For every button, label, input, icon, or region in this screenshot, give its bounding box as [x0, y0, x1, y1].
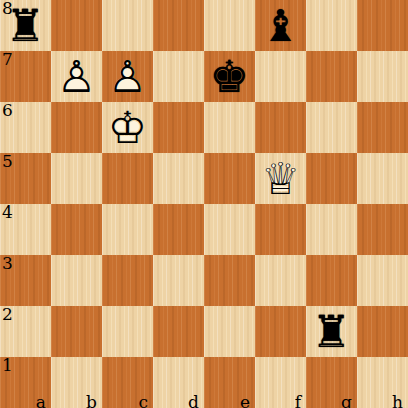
black-bishop: ♝: [255, 0, 306, 51]
square-b3[interactable]: [51, 255, 102, 306]
square-h6[interactable]: [357, 102, 408, 153]
white-pawn: ♟♙: [102, 51, 153, 102]
square-g4[interactable]: [306, 204, 357, 255]
square-h5[interactable]: [357, 153, 408, 204]
square-d7[interactable]: [153, 51, 204, 102]
white-pawn-glyph: ♙: [51, 51, 102, 102]
square-e8[interactable]: [204, 0, 255, 51]
square-b5[interactable]: [51, 153, 102, 204]
square-g8[interactable]: [306, 0, 357, 51]
square-g3[interactable]: [306, 255, 357, 306]
square-d4[interactable]: [153, 204, 204, 255]
rank-label-7: 7: [2, 51, 13, 70]
square-g7[interactable]: [306, 51, 357, 102]
file-label-a: a: [36, 394, 46, 408]
file-label-b: b: [86, 394, 97, 408]
square-e6[interactable]: [204, 102, 255, 153]
black-king-glyph: ♚: [204, 51, 255, 102]
square-b8[interactable]: [51, 0, 102, 51]
square-f1[interactable]: f: [255, 357, 306, 408]
square-h8[interactable]: [357, 0, 408, 51]
file-label-e: e: [240, 394, 250, 408]
square-c3[interactable]: [102, 255, 153, 306]
square-d3[interactable]: [153, 255, 204, 306]
square-h4[interactable]: [357, 204, 408, 255]
rank-label-1: 1: [2, 357, 13, 376]
square-f2[interactable]: [255, 306, 306, 357]
black-rook: ♜: [306, 306, 357, 357]
square-b6[interactable]: [51, 102, 102, 153]
square-f8[interactable]: ♝: [255, 0, 306, 51]
file-label-g: g: [341, 394, 352, 408]
rank-label-5: 5: [2, 153, 13, 172]
square-c6[interactable]: ♚♔: [102, 102, 153, 153]
square-b1[interactable]: b: [51, 357, 102, 408]
square-f5[interactable]: ♛♕: [255, 153, 306, 204]
white-pawn: ♟♙: [51, 51, 102, 102]
rank-label-4: 4: [2, 204, 13, 223]
black-bishop-glyph: ♝: [255, 0, 306, 51]
rank-label-6: 6: [2, 102, 13, 121]
rank-label-2: 2: [2, 306, 13, 325]
square-f7[interactable]: [255, 51, 306, 102]
square-h7[interactable]: [357, 51, 408, 102]
square-g1[interactable]: g: [306, 357, 357, 408]
square-c1[interactable]: c: [102, 357, 153, 408]
rank-label-3: 3: [2, 255, 13, 274]
white-queen-glyph: ♕: [255, 153, 306, 204]
square-c4[interactable]: [102, 204, 153, 255]
square-c2[interactable]: [102, 306, 153, 357]
square-a1[interactable]: 1a: [0, 357, 51, 408]
rank-label-8: 8: [2, 0, 13, 19]
square-h2[interactable]: [357, 306, 408, 357]
square-g6[interactable]: [306, 102, 357, 153]
file-label-d: d: [188, 394, 199, 408]
square-e5[interactable]: [204, 153, 255, 204]
square-a4[interactable]: 4: [0, 204, 51, 255]
square-g5[interactable]: [306, 153, 357, 204]
white-pawn-glyph: ♙: [102, 51, 153, 102]
file-label-f: f: [295, 394, 301, 408]
square-a6[interactable]: 6: [0, 102, 51, 153]
square-a7[interactable]: 7: [0, 51, 51, 102]
square-d8[interactable]: [153, 0, 204, 51]
chess-board: ♜8♝7♟♙♟♙♚6♚♔5♛♕432♜1abcdefgh: [0, 0, 408, 408]
square-b7[interactable]: ♟♙: [51, 51, 102, 102]
square-f4[interactable]: [255, 204, 306, 255]
square-a5[interactable]: 5: [0, 153, 51, 204]
square-e7[interactable]: ♚: [204, 51, 255, 102]
white-king-glyph: ♔: [102, 102, 153, 153]
square-f3[interactable]: [255, 255, 306, 306]
file-label-c: c: [138, 394, 148, 408]
square-e1[interactable]: e: [204, 357, 255, 408]
black-king: ♚: [204, 51, 255, 102]
square-a8[interactable]: ♜8: [0, 0, 51, 51]
square-b4[interactable]: [51, 204, 102, 255]
square-e3[interactable]: [204, 255, 255, 306]
square-g2[interactable]: ♜: [306, 306, 357, 357]
square-h1[interactable]: h: [357, 357, 408, 408]
square-e2[interactable]: [204, 306, 255, 357]
file-label-h: h: [392, 394, 403, 408]
square-d2[interactable]: [153, 306, 204, 357]
square-c5[interactable]: [102, 153, 153, 204]
square-b2[interactable]: [51, 306, 102, 357]
white-queen: ♛♕: [255, 153, 306, 204]
white-king: ♚♔: [102, 102, 153, 153]
square-d6[interactable]: [153, 102, 204, 153]
square-a2[interactable]: 2: [0, 306, 51, 357]
black-rook-glyph: ♜: [306, 306, 357, 357]
square-e4[interactable]: [204, 204, 255, 255]
square-d5[interactable]: [153, 153, 204, 204]
square-f6[interactable]: [255, 102, 306, 153]
square-c7[interactable]: ♟♙: [102, 51, 153, 102]
square-d1[interactable]: d: [153, 357, 204, 408]
square-a3[interactable]: 3: [0, 255, 51, 306]
square-c8[interactable]: [102, 0, 153, 51]
square-h3[interactable]: [357, 255, 408, 306]
